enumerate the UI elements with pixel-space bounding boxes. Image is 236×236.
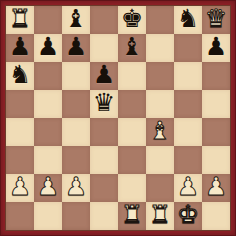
white-pawn: ♟ (205, 173, 227, 201)
white-rook: ♜ (9, 5, 31, 33)
board-frame: ♜♝♚♞♛♟♟♟♝♟♞♟♛♝♟♟♟♟♟♜♜♚ (0, 0, 236, 236)
black-pawn: ♟ (37, 33, 59, 61)
white-rook: ♜ (121, 201, 143, 229)
square-d5[interactable]: ♛ (90, 90, 118, 118)
square-b1[interactable] (34, 202, 62, 230)
square-c3[interactable] (62, 146, 90, 174)
square-g7[interactable] (174, 34, 202, 62)
chess-board: ♜♝♚♞♛♟♟♟♝♟♞♟♛♝♟♟♟♟♟♜♜♚ (6, 6, 230, 230)
square-d7[interactable] (90, 34, 118, 62)
square-g5[interactable] (174, 90, 202, 118)
square-a8[interactable]: ♜ (6, 6, 34, 34)
square-d6[interactable]: ♟ (90, 62, 118, 90)
black-bishop: ♝ (65, 5, 87, 33)
white-rook: ♜ (149, 201, 171, 229)
square-b7[interactable]: ♟ (34, 34, 62, 62)
square-a1[interactable] (6, 202, 34, 230)
white-pawn: ♟ (37, 173, 59, 201)
square-c1[interactable] (62, 202, 90, 230)
square-h1[interactable] (202, 202, 230, 230)
black-pawn: ♟ (205, 33, 227, 61)
square-d4[interactable] (90, 118, 118, 146)
square-f7[interactable] (146, 34, 174, 62)
square-e5[interactable] (118, 90, 146, 118)
square-f6[interactable] (146, 62, 174, 90)
white-pawn: ♟ (177, 173, 199, 201)
black-knight: ♞ (9, 61, 31, 89)
square-a2[interactable]: ♟ (6, 174, 34, 202)
white-king: ♚ (177, 201, 199, 229)
square-b8[interactable] (34, 6, 62, 34)
square-b6[interactable] (34, 62, 62, 90)
square-f4[interactable]: ♝ (146, 118, 174, 146)
square-a4[interactable] (6, 118, 34, 146)
square-b5[interactable] (34, 90, 62, 118)
square-e1[interactable]: ♜ (118, 202, 146, 230)
square-f3[interactable] (146, 146, 174, 174)
square-d8[interactable] (90, 6, 118, 34)
square-h2[interactable]: ♟ (202, 174, 230, 202)
square-e8[interactable]: ♚ (118, 6, 146, 34)
square-a3[interactable] (6, 146, 34, 174)
white-pawn: ♟ (9, 173, 31, 201)
black-bishop: ♝ (121, 33, 143, 61)
square-h3[interactable] (202, 146, 230, 174)
square-g8[interactable]: ♞ (174, 6, 202, 34)
square-a7[interactable]: ♟ (6, 34, 34, 62)
white-queen: ♛ (205, 5, 227, 33)
square-c4[interactable] (62, 118, 90, 146)
square-c8[interactable]: ♝ (62, 6, 90, 34)
square-h5[interactable] (202, 90, 230, 118)
square-e7[interactable]: ♝ (118, 34, 146, 62)
square-d3[interactable] (90, 146, 118, 174)
square-g1[interactable]: ♚ (174, 202, 202, 230)
square-e2[interactable] (118, 174, 146, 202)
square-g3[interactable] (174, 146, 202, 174)
square-f5[interactable] (146, 90, 174, 118)
square-e4[interactable] (118, 118, 146, 146)
square-f2[interactable] (146, 174, 174, 202)
square-c5[interactable] (62, 90, 90, 118)
square-h8[interactable]: ♛ (202, 6, 230, 34)
square-g6[interactable] (174, 62, 202, 90)
square-b3[interactable] (34, 146, 62, 174)
white-pawn: ♟ (65, 173, 87, 201)
square-h4[interactable] (202, 118, 230, 146)
square-f1[interactable]: ♜ (146, 202, 174, 230)
black-pawn: ♟ (65, 33, 87, 61)
square-a6[interactable]: ♞ (6, 62, 34, 90)
square-c7[interactable]: ♟ (62, 34, 90, 62)
black-pawn: ♟ (9, 33, 31, 61)
square-a5[interactable] (6, 90, 34, 118)
square-b2[interactable]: ♟ (34, 174, 62, 202)
square-b4[interactable] (34, 118, 62, 146)
square-g4[interactable] (174, 118, 202, 146)
square-g2[interactable]: ♟ (174, 174, 202, 202)
black-pawn: ♟ (93, 61, 115, 89)
black-knight: ♞ (177, 5, 199, 33)
square-e6[interactable] (118, 62, 146, 90)
square-d2[interactable] (90, 174, 118, 202)
square-c2[interactable]: ♟ (62, 174, 90, 202)
square-c6[interactable] (62, 62, 90, 90)
square-e3[interactable] (118, 146, 146, 174)
square-d1[interactable] (90, 202, 118, 230)
black-king: ♚ (121, 5, 143, 33)
square-h7[interactable]: ♟ (202, 34, 230, 62)
black-queen: ♛ (93, 89, 115, 117)
square-f8[interactable] (146, 6, 174, 34)
square-h6[interactable] (202, 62, 230, 90)
white-bishop: ♝ (149, 117, 171, 145)
